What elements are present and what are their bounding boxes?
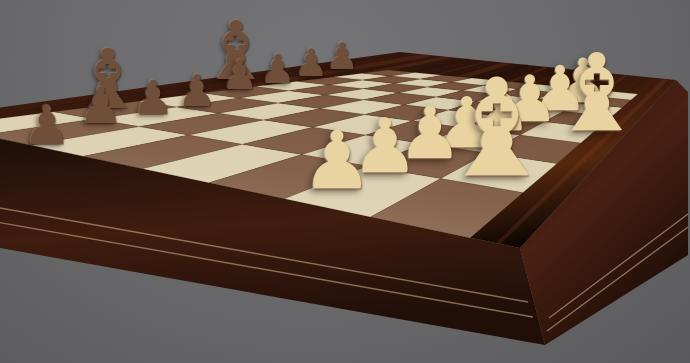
piece-dark-pawn-f7[interactable]: ♟ <box>260 49 296 89</box>
piece-dark-pawn-e7[interactable]: ♟ <box>222 55 259 96</box>
piece-dark-pawn-h7[interactable]: ♟ <box>325 38 358 75</box>
piece-light-bishop-d1[interactable]: ♝ <box>436 61 557 196</box>
piece-dark-pawn-g7[interactable]: ♟ <box>294 44 328 82</box>
piece-dark-pawn-b7[interactable]: ♟ <box>79 81 124 131</box>
piece-light-pawn-a2[interactable]: ♟ <box>301 121 373 201</box>
piece-dark-pawn-d7[interactable]: ♟ <box>177 69 216 113</box>
piece-dark-pawn-a7[interactable]: ♟ <box>23 99 71 153</box>
chess-scene: ♟♟♝♟♟♟♟♝♟♟♟♟♝♟♟♟♟♟♝♟ <box>0 0 690 363</box>
piece-light-bishop-g1[interactable]: ♝ <box>549 40 645 147</box>
piece-dark-pawn-c7[interactable]: ♟ <box>132 74 174 121</box>
